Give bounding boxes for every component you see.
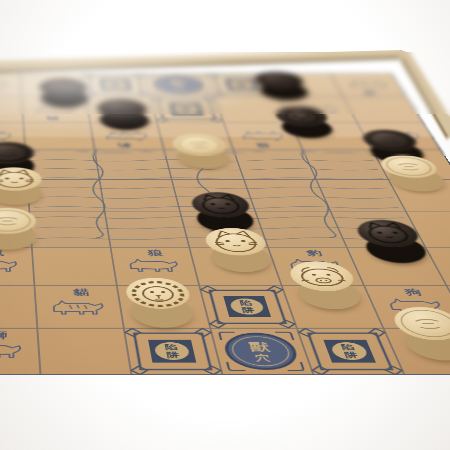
cell-a2 — [0, 286, 37, 328]
piece-light-c2[interactable] — [124, 278, 193, 309]
board-far-edge — [0, 50, 406, 73]
engraving-light-a3 — [0, 208, 37, 234]
engraving-light-c2 — [124, 278, 193, 309]
piece-dark-c8[interactable] — [96, 99, 150, 118]
piece-dark-f9[interactable] — [252, 72, 308, 90]
jungle-board: 陷 阱 獸 穴 — [0, 73, 450, 375]
cell-b3 — [32, 247, 117, 286]
piece-light-d3[interactable] — [202, 228, 270, 255]
engraving-light-d3 — [202, 228, 270, 255]
engraving-dark-d4 — [189, 192, 253, 217]
cell-g8 — [343, 97, 424, 123]
piece-dark-f8[interactable] — [272, 106, 331, 126]
cell-a3 — [0, 247, 34, 286]
piece-light-a3[interactable] — [0, 208, 37, 234]
cell-c6-water — [95, 150, 172, 180]
cell-d8 — [150, 97, 223, 123]
cell-d1 — [210, 328, 313, 375]
cell-e7 — [224, 122, 303, 150]
piece-dark-d4[interactable] — [189, 192, 253, 217]
engraving-dark-b9 — [38, 78, 88, 96]
engraving-light-a5 — [0, 167, 43, 190]
cell-c9 — [82, 73, 150, 97]
cell-a9 — [0, 73, 22, 97]
piece-light-d6[interactable] — [170, 134, 229, 155]
engraving-dark-c8 — [96, 99, 150, 118]
engraving-light-e2 — [286, 261, 360, 291]
engraving-light-d6 — [170, 134, 229, 155]
cell-b1 — [37, 328, 131, 375]
cell-c7 — [90, 122, 164, 150]
cell-a8 — [0, 97, 23, 123]
cell-b7 — [23, 122, 94, 150]
cell-d2 — [199, 286, 297, 328]
cell-c4-water — [105, 212, 190, 247]
piece-light-e2[interactable] — [286, 261, 360, 291]
engraving-dark-f9 — [252, 72, 308, 90]
engraving-dark-a6 — [0, 142, 35, 164]
cell-d9 — [144, 73, 214, 97]
cell-b4-water — [29, 212, 110, 247]
cell-c1 — [124, 328, 223, 375]
cell-g9 — [330, 73, 407, 97]
cell-b8 — [22, 97, 90, 123]
photo-stage: 陷 阱 獸 穴 — [0, 0, 450, 450]
cell-c5-water — [99, 180, 180, 212]
engraving-dark-f8 — [272, 106, 331, 126]
piece-light-a5[interactable] — [0, 167, 43, 190]
cell-a1 — [0, 328, 41, 375]
piece-dark-b9[interactable] — [38, 78, 88, 96]
piece-dark-a6[interactable] — [0, 142, 35, 164]
far-edge-line — [0, 58, 401, 72]
cell-b2 — [34, 286, 123, 328]
